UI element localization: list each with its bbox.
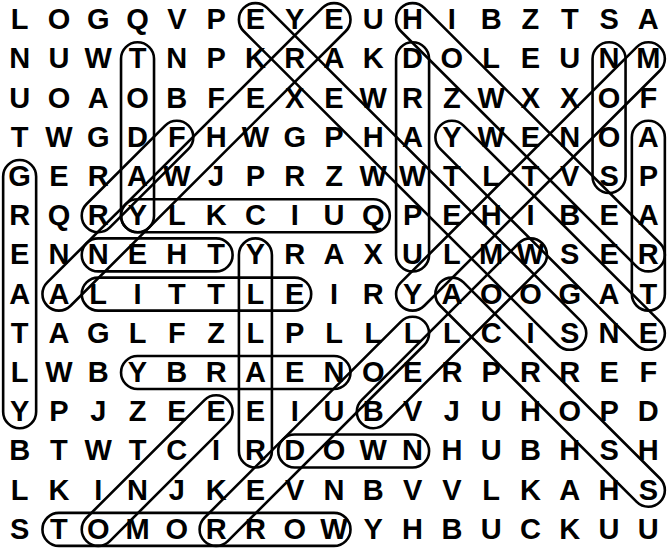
- grid-cell[interactable]: A: [314, 235, 353, 274]
- grid-cell[interactable]: R: [393, 78, 432, 117]
- grid-cell[interactable]: N: [157, 39, 196, 78]
- grid-cell[interactable]: C: [511, 510, 550, 549]
- grid-cell[interactable]: E: [589, 235, 628, 274]
- grid-cell[interactable]: H: [629, 431, 668, 470]
- grid-cell[interactable]: D: [275, 431, 314, 470]
- grid-cell[interactable]: L: [0, 0, 39, 39]
- grid-cell[interactable]: O: [314, 431, 353, 470]
- grid-cell[interactable]: C: [236, 196, 275, 235]
- grid-cell[interactable]: U: [39, 39, 78, 78]
- grid-cell[interactable]: B: [354, 392, 393, 431]
- grid-cell[interactable]: L: [432, 314, 471, 353]
- grid-cell[interactable]: R: [354, 275, 393, 314]
- grid-cell[interactable]: R: [196, 510, 235, 549]
- grid-cell[interactable]: E: [118, 235, 157, 274]
- grid-cell[interactable]: J: [157, 471, 196, 510]
- grid-cell[interactable]: P: [629, 157, 668, 196]
- grid-cell[interactable]: J: [79, 392, 118, 431]
- grid-cell[interactable]: E: [314, 0, 353, 39]
- grid-cell[interactable]: Y: [118, 196, 157, 235]
- grid-cell[interactable]: L: [236, 314, 275, 353]
- grid-cell[interactable]: U: [589, 510, 628, 549]
- grid-cell[interactable]: N: [550, 118, 589, 157]
- grid-cell[interactable]: M: [472, 235, 511, 274]
- grid-cell[interactable]: Q: [118, 0, 157, 39]
- grid-cell[interactable]: A: [314, 39, 353, 78]
- grid-cell[interactable]: V: [275, 471, 314, 510]
- grid-cell[interactable]: L: [472, 157, 511, 196]
- grid-cell[interactable]: R: [511, 353, 550, 392]
- grid-cell[interactable]: L: [432, 235, 471, 274]
- grid-cell[interactable]: L: [393, 314, 432, 353]
- grid-cell[interactable]: W: [472, 118, 511, 157]
- grid-cell[interactable]: G: [275, 118, 314, 157]
- word-search-page: LOGQVPEYEUHIBZTSANUWTNPKRAKDOLEUNMUOAOBF…: [0, 0, 668, 549]
- grid-cell[interactable]: R: [275, 157, 314, 196]
- grid-cell[interactable]: E: [157, 392, 196, 431]
- grid-cell[interactable]: L: [472, 471, 511, 510]
- grid-cell[interactable]: N: [118, 471, 157, 510]
- grid-cell[interactable]: U: [393, 235, 432, 274]
- grid-cell[interactable]: T: [550, 0, 589, 39]
- grid-cell[interactable]: O: [39, 0, 78, 39]
- grid-cell[interactable]: V: [432, 471, 471, 510]
- grid-cell[interactable]: L: [314, 314, 353, 353]
- grid-cell[interactable]: B: [432, 510, 471, 549]
- grid-cell[interactable]: P: [472, 353, 511, 392]
- grid-cell[interactable]: A: [629, 196, 668, 235]
- grid-cell[interactable]: W: [354, 78, 393, 117]
- grid-cell[interactable]: U: [0, 78, 39, 117]
- grid-cell[interactable]: F: [196, 78, 235, 117]
- grid-cell[interactable]: L: [236, 275, 275, 314]
- grid-cell[interactable]: C: [472, 314, 511, 353]
- grid-cell[interactable]: N: [79, 235, 118, 274]
- grid-cell[interactable]: U: [472, 510, 511, 549]
- grid-cell[interactable]: W: [39, 353, 78, 392]
- grid-cell[interactable]: V: [393, 471, 432, 510]
- grid-cell[interactable]: Y: [236, 235, 275, 274]
- grid-cell[interactable]: O: [589, 78, 628, 117]
- grid-cell[interactable]: R: [629, 235, 668, 274]
- grid-cell[interactable]: T: [0, 118, 39, 157]
- grid-cell[interactable]: P: [275, 314, 314, 353]
- grid-cell[interactable]: B: [0, 431, 39, 470]
- grid-cell[interactable]: K: [196, 196, 235, 235]
- grid-cell[interactable]: W: [511, 235, 550, 274]
- grid-cell[interactable]: R: [236, 431, 275, 470]
- grid-cell[interactable]: T: [118, 39, 157, 78]
- grid-cell[interactable]: E: [393, 353, 432, 392]
- grid-cell[interactable]: T: [0, 314, 39, 353]
- grid-cell[interactable]: A: [550, 471, 589, 510]
- grid-cell[interactable]: T: [39, 431, 78, 470]
- grid-cell[interactable]: S: [550, 235, 589, 274]
- grid-cell[interactable]: Z: [432, 78, 471, 117]
- grid-cell[interactable]: W: [79, 431, 118, 470]
- grid-cell[interactable]: B: [79, 353, 118, 392]
- grid-cell[interactable]: A: [39, 314, 78, 353]
- grid-cell[interactable]: J: [196, 157, 235, 196]
- grid-cell[interactable]: I: [511, 196, 550, 235]
- grid-cell[interactable]: D: [629, 392, 668, 431]
- grid-cell[interactable]: I: [275, 392, 314, 431]
- grid-cell[interactable]: K: [550, 510, 589, 549]
- grid-cell[interactable]: W: [79, 39, 118, 78]
- grid-cell[interactable]: I: [196, 431, 235, 470]
- grid-cell[interactable]: E: [236, 0, 275, 39]
- grid-cell[interactable]: T: [196, 275, 235, 314]
- grid-cell[interactable]: R: [79, 157, 118, 196]
- grid-cell[interactable]: S: [589, 157, 628, 196]
- grid-cell[interactable]: A: [0, 275, 39, 314]
- grid-cell[interactable]: U: [472, 431, 511, 470]
- letter-grid: LOGQVPEYEUHIBZTSANUWTNPKRAKDOLEUNMUOAOBF…: [0, 0, 668, 549]
- grid-cell[interactable]: N: [589, 39, 628, 78]
- grid-cell[interactable]: L: [354, 314, 393, 353]
- grid-cell[interactable]: L: [118, 314, 157, 353]
- grid-cell[interactable]: I: [118, 275, 157, 314]
- grid-cell[interactable]: K: [196, 471, 235, 510]
- grid-cell[interactable]: E: [314, 78, 353, 117]
- grid-cell[interactable]: U: [472, 392, 511, 431]
- grid-cell[interactable]: F: [157, 314, 196, 353]
- grid-cell[interactable]: A: [432, 275, 471, 314]
- grid-cell[interactable]: G: [79, 118, 118, 157]
- grid-cell[interactable]: G: [79, 0, 118, 39]
- grid-cell[interactable]: B: [550, 196, 589, 235]
- grid-cell[interactable]: R: [79, 196, 118, 235]
- grid-cell[interactable]: P: [196, 39, 235, 78]
- grid-cell[interactable]: C: [157, 431, 196, 470]
- grid-cell[interactable]: R: [550, 353, 589, 392]
- grid-cell[interactable]: A: [39, 275, 78, 314]
- grid-cell[interactable]: O: [39, 78, 78, 117]
- grid-cell[interactable]: I: [275, 196, 314, 235]
- grid-cell[interactable]: T: [118, 431, 157, 470]
- grid-cell[interactable]: O: [118, 78, 157, 117]
- grid-cell[interactable]: I: [314, 275, 353, 314]
- grid-cell[interactable]: H: [550, 431, 589, 470]
- grid-cell[interactable]: T: [432, 157, 471, 196]
- grid-cell[interactable]: B: [354, 471, 393, 510]
- grid-cell[interactable]: R: [0, 196, 39, 235]
- grid-cell[interactable]: E: [511, 118, 550, 157]
- grid-cell[interactable]: M: [629, 39, 668, 78]
- grid-cell[interactable]: S: [589, 0, 628, 39]
- grid-cell[interactable]: T: [157, 275, 196, 314]
- grid-cell[interactable]: X: [354, 235, 393, 274]
- grid-cell[interactable]: W: [39, 118, 78, 157]
- grid-cell[interactable]: K: [39, 471, 78, 510]
- grid-cell[interactable]: B: [157, 353, 196, 392]
- grid-cell[interactable]: V: [550, 157, 589, 196]
- grid-cell[interactable]: H: [432, 431, 471, 470]
- grid-cell[interactable]: U: [354, 0, 393, 39]
- grid-cell[interactable]: E: [275, 275, 314, 314]
- grid-cell[interactable]: T: [511, 157, 550, 196]
- grid-cell[interactable]: O: [550, 392, 589, 431]
- grid-cell[interactable]: O: [79, 510, 118, 549]
- grid-cell[interactable]: I: [511, 314, 550, 353]
- grid-cell[interactable]: W: [472, 78, 511, 117]
- grid-cell[interactable]: P: [236, 157, 275, 196]
- grid-cell[interactable]: L: [472, 39, 511, 78]
- grid-cell[interactable]: L: [0, 471, 39, 510]
- grid-cell[interactable]: H: [157, 235, 196, 274]
- grid-cell[interactable]: G: [79, 314, 118, 353]
- grid-cell[interactable]: L: [157, 196, 196, 235]
- grid-cell[interactable]: T: [629, 275, 668, 314]
- grid-cell[interactable]: X: [275, 78, 314, 117]
- grid-cell[interactable]: P: [39, 392, 78, 431]
- grid-cell[interactable]: A: [629, 0, 668, 39]
- grid-cell[interactable]: P: [393, 196, 432, 235]
- grid-cell[interactable]: O: [354, 353, 393, 392]
- grid-cell[interactable]: S: [629, 471, 668, 510]
- grid-cell[interactable]: Y: [275, 0, 314, 39]
- grid-cell[interactable]: A: [629, 118, 668, 157]
- grid-cell[interactable]: D: [393, 39, 432, 78]
- grid-cell[interactable]: H: [393, 0, 432, 39]
- grid-cell[interactable]: H: [196, 118, 235, 157]
- grid-cell[interactable]: Y: [354, 510, 393, 549]
- word-search-board: LOGQVPEYEUHIBZTSANUWTNPKRAKDOLEUNMUOAOBF…: [0, 0, 668, 549]
- grid-cell[interactable]: H: [589, 471, 628, 510]
- grid-cell[interactable]: R: [275, 39, 314, 78]
- grid-cell[interactable]: W: [354, 431, 393, 470]
- grid-cell[interactable]: O: [472, 275, 511, 314]
- grid-cell[interactable]: L: [0, 353, 39, 392]
- grid-cell[interactable]: H: [472, 196, 511, 235]
- grid-cell[interactable]: Y: [118, 353, 157, 392]
- grid-cell[interactable]: F: [157, 118, 196, 157]
- grid-cell[interactable]: U: [629, 510, 668, 549]
- grid-cell[interactable]: I: [432, 0, 471, 39]
- grid-cell[interactable]: E: [629, 314, 668, 353]
- grid-cell[interactable]: Z: [314, 157, 353, 196]
- grid-cell[interactable]: U: [314, 196, 353, 235]
- grid-cell[interactable]: E: [589, 353, 628, 392]
- grid-cell[interactable]: A: [589, 275, 628, 314]
- grid-cell[interactable]: Z: [196, 314, 235, 353]
- grid-cell[interactable]: G: [550, 275, 589, 314]
- grid-cell[interactable]: S: [589, 431, 628, 470]
- grid-cell[interactable]: E: [196, 392, 235, 431]
- grid-cell[interactable]: H: [393, 510, 432, 549]
- grid-cell[interactable]: W: [354, 157, 393, 196]
- grid-cell[interactable]: O: [275, 510, 314, 549]
- grid-cell[interactable]: N: [39, 235, 78, 274]
- grid-cell[interactable]: A: [236, 353, 275, 392]
- grid-cell[interactable]: R: [275, 235, 314, 274]
- grid-cell[interactable]: Q: [39, 196, 78, 235]
- grid-cell[interactable]: E: [511, 39, 550, 78]
- grid-cell[interactable]: M: [118, 510, 157, 549]
- grid-cell[interactable]: K: [511, 471, 550, 510]
- grid-cell[interactable]: E: [39, 157, 78, 196]
- grid-cell[interactable]: Z: [118, 392, 157, 431]
- grid-cell[interactable]: E: [0, 235, 39, 274]
- grid-cell[interactable]: E: [236, 471, 275, 510]
- grid-cell[interactable]: Z: [511, 0, 550, 39]
- grid-cell[interactable]: E: [236, 392, 275, 431]
- grid-cell[interactable]: J: [432, 392, 471, 431]
- grid-cell[interactable]: O: [432, 39, 471, 78]
- grid-cell[interactable]: P: [589, 392, 628, 431]
- grid-cell[interactable]: A: [393, 118, 432, 157]
- grid-cell[interactable]: N: [314, 471, 353, 510]
- grid-cell[interactable]: R: [432, 353, 471, 392]
- grid-cell[interactable]: K: [354, 39, 393, 78]
- grid-cell[interactable]: W: [393, 157, 432, 196]
- grid-cell[interactable]: T: [196, 235, 235, 274]
- grid-cell[interactable]: N: [314, 353, 353, 392]
- grid-cell[interactable]: A: [118, 157, 157, 196]
- grid-cell[interactable]: O: [589, 118, 628, 157]
- grid-cell[interactable]: U: [550, 39, 589, 78]
- grid-cell[interactable]: Y: [432, 118, 471, 157]
- grid-cell[interactable]: D: [118, 118, 157, 157]
- grid-cell[interactable]: E: [275, 353, 314, 392]
- grid-cell[interactable]: F: [629, 78, 668, 117]
- grid-cell[interactable]: U: [314, 392, 353, 431]
- grid-cell[interactable]: T: [39, 510, 78, 549]
- grid-cell[interactable]: Q: [354, 196, 393, 235]
- grid-cell[interactable]: W: [157, 157, 196, 196]
- grid-cell[interactable]: B: [157, 78, 196, 117]
- grid-cell[interactable]: O: [511, 275, 550, 314]
- grid-cell[interactable]: F: [629, 353, 668, 392]
- grid-cell[interactable]: X: [511, 78, 550, 117]
- grid-cell[interactable]: R: [196, 353, 235, 392]
- grid-cell[interactable]: P: [314, 118, 353, 157]
- grid-cell[interactable]: E: [432, 196, 471, 235]
- grid-cell[interactable]: A: [79, 78, 118, 117]
- grid-cell[interactable]: Y: [393, 275, 432, 314]
- grid-cell[interactable]: W: [314, 510, 353, 549]
- grid-cell[interactable]: E: [236, 78, 275, 117]
- grid-cell[interactable]: S: [550, 314, 589, 353]
- grid-cell[interactable]: G: [0, 157, 39, 196]
- grid-cell[interactable]: V: [393, 392, 432, 431]
- grid-cell[interactable]: Y: [0, 392, 39, 431]
- grid-cell[interactable]: N: [0, 39, 39, 78]
- grid-cell[interactable]: E: [589, 196, 628, 235]
- grid-cell[interactable]: N: [393, 431, 432, 470]
- grid-cell[interactable]: B: [511, 431, 550, 470]
- grid-cell[interactable]: L: [79, 275, 118, 314]
- grid-cell[interactable]: S: [0, 510, 39, 549]
- grid-cell[interactable]: P: [196, 0, 235, 39]
- grid-cell[interactable]: W: [236, 118, 275, 157]
- grid-cell[interactable]: O: [157, 510, 196, 549]
- grid-cell[interactable]: X: [550, 78, 589, 117]
- grid-cell[interactable]: H: [354, 118, 393, 157]
- grid-cell[interactable]: H: [511, 392, 550, 431]
- grid-cell[interactable]: B: [472, 0, 511, 39]
- grid-cell[interactable]: K: [236, 39, 275, 78]
- grid-cell[interactable]: N: [589, 314, 628, 353]
- grid-cell[interactable]: I: [79, 471, 118, 510]
- grid-cell[interactable]: R: [236, 510, 275, 549]
- grid-cell[interactable]: V: [157, 0, 196, 39]
